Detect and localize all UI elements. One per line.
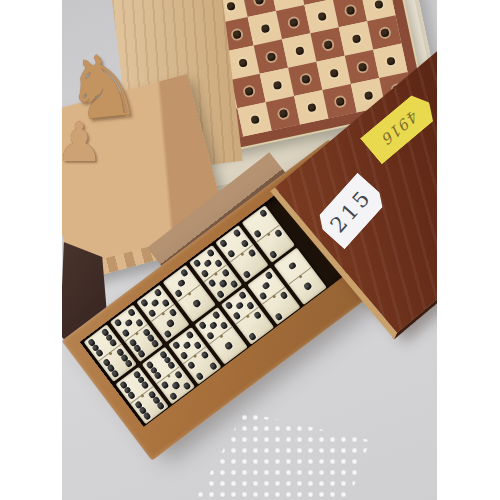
peg-hole xyxy=(238,58,247,67)
domino-pip xyxy=(150,339,159,348)
domino-pip xyxy=(208,362,217,371)
peg-hole xyxy=(294,46,303,55)
peg-hole xyxy=(374,0,383,9)
peg-hole xyxy=(260,23,269,32)
domino-pip xyxy=(182,382,191,391)
peg-hole xyxy=(254,0,263,5)
peg-hole xyxy=(307,103,316,112)
peg-hole xyxy=(386,56,395,65)
peg-hole xyxy=(357,62,366,71)
peg-hole xyxy=(232,29,241,38)
peg-hole xyxy=(278,109,287,118)
bubble-wrap-sheen xyxy=(195,412,370,500)
peg-hole xyxy=(351,34,360,43)
peg-hole xyxy=(272,80,281,89)
peg-hole xyxy=(335,96,344,105)
pawn-piece: ♟ xyxy=(55,116,103,170)
peg-hole xyxy=(345,5,354,14)
peg-hole xyxy=(380,28,389,37)
peg-hole xyxy=(226,1,235,10)
peg-hole xyxy=(266,52,275,61)
white-matte-left xyxy=(0,0,62,500)
peg-hole xyxy=(244,86,253,95)
peg-hole xyxy=(323,40,332,49)
photo-backdrop: ♞ ♟ 215 4916 xyxy=(62,0,437,500)
peg-hole xyxy=(329,68,338,77)
domino-pip xyxy=(229,280,238,289)
peg-hole xyxy=(317,11,326,20)
domino-pip xyxy=(124,359,133,368)
peg-hole xyxy=(288,17,297,26)
domino-pip xyxy=(155,401,164,410)
peg-hole xyxy=(363,90,372,99)
peg-hole xyxy=(250,115,259,124)
peg-hole xyxy=(301,74,310,83)
white-matte-right xyxy=(437,0,500,500)
